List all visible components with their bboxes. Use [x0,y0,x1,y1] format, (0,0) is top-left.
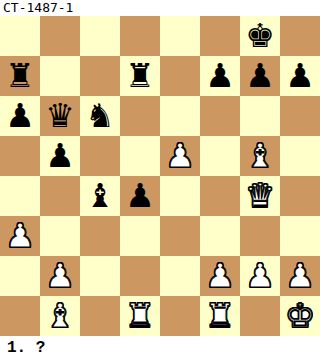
square-f7[interactable]: ♟ [200,56,240,96]
square-h5[interactable] [280,136,320,176]
square-d2[interactable] [120,256,160,296]
piece-white-pawn: ♟ [245,256,275,296]
square-b6[interactable]: ♛ [40,96,80,136]
square-g6[interactable] [240,96,280,136]
square-h1[interactable]: ♚ [280,296,320,336]
square-a6[interactable]: ♟ [0,96,40,136]
square-c2[interactable] [80,256,120,296]
piece-white-king: ♚ [285,296,315,336]
square-e7[interactable] [160,56,200,96]
square-a1[interactable] [0,296,40,336]
move-prompt: 1. ? [0,336,320,360]
square-f3[interactable] [200,216,240,256]
square-f6[interactable] [200,96,240,136]
square-h6[interactable] [280,96,320,136]
square-h2[interactable]: ♟ [280,256,320,296]
square-b5[interactable]: ♟ [40,136,80,176]
square-e5[interactable]: ♟ [160,136,200,176]
square-d8[interactable] [120,16,160,56]
square-b3[interactable] [40,216,80,256]
square-f4[interactable] [200,176,240,216]
square-f5[interactable] [200,136,240,176]
square-e1[interactable] [160,296,200,336]
square-h8[interactable] [280,16,320,56]
square-c1[interactable] [80,296,120,336]
piece-white-bishop: ♝ [245,136,275,176]
piece-black-king: ♚ [245,16,275,56]
square-a7[interactable]: ♜ [0,56,40,96]
piece-white-pawn: ♟ [285,256,315,296]
piece-white-pawn: ♟ [165,136,195,176]
piece-black-pawn: ♟ [5,96,35,136]
square-g8[interactable]: ♚ [240,16,280,56]
square-c4[interactable]: ♝ [80,176,120,216]
square-f1[interactable]: ♜ [200,296,240,336]
square-f8[interactable] [200,16,240,56]
square-b8[interactable] [40,16,80,56]
square-b4[interactable] [40,176,80,216]
square-g2[interactable]: ♟ [240,256,280,296]
square-c3[interactable] [80,216,120,256]
square-g3[interactable] [240,216,280,256]
square-d3[interactable] [120,216,160,256]
piece-white-rook: ♜ [205,296,235,336]
square-b2[interactable]: ♟ [40,256,80,296]
square-d6[interactable] [120,96,160,136]
square-e2[interactable] [160,256,200,296]
piece-white-rook: ♜ [125,296,155,336]
piece-black-pawn: ♟ [45,136,75,176]
piece-black-knight: ♞ [85,96,115,136]
square-g7[interactable]: ♟ [240,56,280,96]
piece-white-pawn: ♟ [205,256,235,296]
square-c5[interactable] [80,136,120,176]
square-c6[interactable]: ♞ [80,96,120,136]
piece-black-queen: ♛ [45,96,75,136]
square-a4[interactable] [0,176,40,216]
square-b7[interactable] [40,56,80,96]
piece-black-pawn: ♟ [245,56,275,96]
square-f2[interactable]: ♟ [200,256,240,296]
piece-black-pawn: ♟ [125,176,155,216]
square-e8[interactable] [160,16,200,56]
square-c7[interactable] [80,56,120,96]
square-a8[interactable] [0,16,40,56]
square-e3[interactable] [160,216,200,256]
piece-black-pawn: ♟ [285,56,315,96]
square-d7[interactable]: ♜ [120,56,160,96]
square-h7[interactable]: ♟ [280,56,320,96]
square-h4[interactable] [280,176,320,216]
piece-black-rook: ♜ [5,56,35,96]
square-g1[interactable] [240,296,280,336]
square-c8[interactable] [80,16,120,56]
chess-board: ♚♜♜♟♟♟♟♛♞♟♟♝♝♟♛♟♟♟♟♟♝♜♜♚ [0,16,320,336]
chess-puzzle-diagram: CT-1487-1 ♚♜♜♟♟♟♟♛♞♟♟♝♝♟♛♟♟♟♟♟♝♜♜♚ 1. ? [0,0,320,360]
square-e4[interactable] [160,176,200,216]
piece-black-bishop: ♝ [85,176,115,216]
piece-white-bishop: ♝ [45,296,75,336]
piece-white-pawn: ♟ [5,216,35,256]
piece-white-pawn: ♟ [45,256,75,296]
piece-black-rook: ♜ [125,56,155,96]
square-g5[interactable]: ♝ [240,136,280,176]
square-a3[interactable]: ♟ [0,216,40,256]
piece-white-queen: ♛ [245,176,275,216]
square-d5[interactable] [120,136,160,176]
square-h3[interactable] [280,216,320,256]
square-b1[interactable]: ♝ [40,296,80,336]
square-d1[interactable]: ♜ [120,296,160,336]
square-g4[interactable]: ♛ [240,176,280,216]
square-e6[interactable] [160,96,200,136]
puzzle-id: CT-1487-1 [0,0,320,16]
square-a5[interactable] [0,136,40,176]
piece-black-pawn: ♟ [205,56,235,96]
square-a2[interactable] [0,256,40,296]
square-d4[interactable]: ♟ [120,176,160,216]
